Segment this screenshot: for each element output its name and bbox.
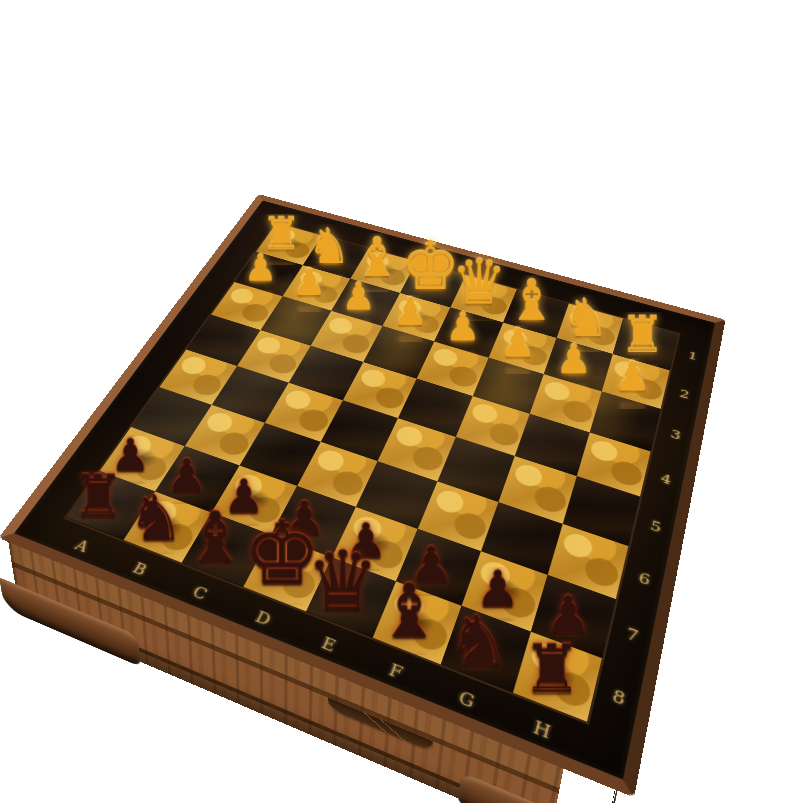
rank-label-7: 7 — [625, 626, 640, 645]
rank-label-5: 5 — [649, 519, 662, 535]
box-foot-front-left — [0, 577, 141, 667]
piece-amber-P[interactable]: ♟ — [234, 252, 286, 286]
square-e5[interactable] — [320, 400, 398, 461]
piece-cherry-R[interactable]: ♜ — [65, 470, 130, 523]
piece-cherry-N[interactable]: ♞ — [442, 609, 515, 673]
file-label-E: E — [319, 635, 338, 655]
piece-amber-P[interactable]: ♟ — [603, 358, 661, 396]
piece-amber-P[interactable]: ♟ — [282, 266, 335, 300]
rank-label-8: 8 — [611, 687, 627, 708]
piece-amber-P[interactable]: ♟ — [382, 295, 437, 331]
chess-box: ♜♞♝♚♛♝♞♜♟♟♟♟♟♟♟♟♟♟♟♟♟♟♟♟♜♞♝♚♛♝♞♜ ABCDEFG… — [17, 202, 713, 776]
square-b2[interactable]: ♟ — [544, 338, 613, 392]
rank-label-4: 4 — [660, 472, 673, 487]
piece-amber-K[interactable]: ♚ — [400, 235, 453, 296]
piece-cherry-B[interactable]: ♝ — [181, 505, 249, 569]
file-label-A: A — [72, 538, 91, 555]
file-label-F: F — [387, 662, 405, 683]
piece-amber-P[interactable]: ♟ — [435, 310, 491, 346]
piece-amber-P[interactable]: ♟ — [545, 342, 602, 379]
piece-cherry-R[interactable]: ♜ — [514, 639, 589, 700]
square-a2[interactable]: ♟ — [601, 354, 670, 409]
scene: ♜♞♝♚♛♝♞♜♟♟♟♟♟♟♟♟♟♟♟♟♟♟♟♟♜♞♝♚♛♝♞♜ ABCDEFG… — [0, 0, 803, 803]
piece-amber-P[interactable]: ♟ — [489, 326, 545, 363]
piece-cherry-B[interactable]: ♝ — [373, 577, 445, 645]
file-label-C: C — [190, 584, 210, 603]
piece-amber-R[interactable]: ♜ — [614, 312, 670, 358]
file-label-D: D — [253, 609, 273, 629]
piece-cherry-K[interactable]: ♚ — [242, 513, 311, 593]
square-a8[interactable]: ♜ — [512, 631, 602, 722]
rank-label-1: 1 — [687, 351, 698, 363]
piece-cherry-Q[interactable]: ♛ — [306, 543, 376, 618]
rank-label-2: 2 — [679, 388, 691, 401]
file-label-G: G — [456, 689, 476, 711]
square-g5[interactable] — [212, 366, 289, 423]
rank-label-6: 6 — [637, 570, 651, 588]
rank-label-3: 3 — [669, 428, 681, 442]
file-label-B: B — [130, 561, 149, 579]
piece-amber-P[interactable]: ♟ — [331, 280, 385, 315]
file-label-H: H — [531, 719, 552, 743]
piece-cherry-N[interactable]: ♞ — [122, 488, 188, 546]
piece-amber-Q[interactable]: ♛ — [451, 254, 505, 311]
product-photo-stage: ♜♞♝♚♛♝♞♜♟♟♟♟♟♟♟♟♟♟♟♟♟♟♟♟♜♞♝♚♛♝♞♜ ABCDEFG… — [0, 0, 803, 803]
